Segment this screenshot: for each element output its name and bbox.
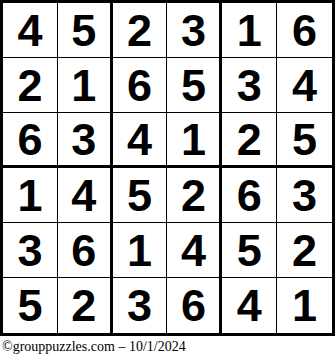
cell-digit: 1	[127, 228, 152, 273]
copyright-credit: ©grouppuzzles.com – 10/1/2024	[0, 336, 335, 357]
cell-digit: 6	[17, 117, 42, 162]
sudoku-cell-r2c1: 2	[3, 58, 58, 113]
cell-digit: 1	[181, 117, 206, 162]
cell-digit: 2	[127, 8, 152, 53]
sudoku-cell-r5c2: 6	[58, 223, 113, 278]
cell-digit: 2	[17, 63, 42, 108]
cell-digit: 3	[127, 283, 152, 328]
sudoku-cell-r1c2: 5	[58, 3, 113, 58]
cell-digit: 4	[17, 8, 42, 53]
cell-digit: 3	[71, 117, 96, 162]
cell-digit: 2	[292, 228, 317, 273]
sudoku-cell-r3c6: 5	[277, 113, 332, 168]
cell-digit: 2	[181, 173, 206, 218]
sudoku-cell-r6c2: 2	[58, 278, 113, 333]
sudoku-cell-r4c3: 5	[113, 168, 168, 223]
cell-digit: 6	[181, 283, 206, 328]
cell-digit: 3	[237, 63, 262, 108]
sudoku-cell-r2c5: 3	[222, 58, 277, 113]
cell-digit: 3	[17, 228, 42, 273]
sudoku-cell-r6c6: 1	[277, 278, 332, 333]
sudoku-cell-r1c6: 6	[277, 3, 332, 58]
sudoku-cell-r1c1: 4	[3, 3, 58, 58]
sudoku-cell-r4c1: 1	[3, 168, 58, 223]
sudoku-cell-r1c4: 3	[167, 3, 222, 58]
sudoku-cell-r5c4: 4	[167, 223, 222, 278]
cell-digit: 1	[292, 283, 317, 328]
sudoku-cell-r3c4: 1	[167, 113, 222, 168]
cell-digit: 5	[71, 8, 96, 53]
sudoku-cell-r6c5: 4	[222, 278, 277, 333]
cell-digit: 1	[17, 173, 42, 218]
cell-digit: 4	[127, 117, 152, 162]
sudoku-cell-r5c3: 1	[113, 223, 168, 278]
sudoku-cell-r2c2: 1	[58, 58, 113, 113]
cell-digit: 5	[127, 173, 152, 218]
sudoku-cell-r3c2: 3	[58, 113, 113, 168]
cell-digit: 1	[237, 8, 262, 53]
puzzle-page: 452316216534634125145263361452523641 ©gr…	[0, 0, 335, 357]
sudoku-cell-r2c6: 4	[277, 58, 332, 113]
cell-digit: 5	[292, 117, 317, 162]
sudoku-cell-r3c5: 2	[222, 113, 277, 168]
sudoku-cell-r4c5: 6	[222, 168, 277, 223]
sudoku-board: 452316216534634125145263361452523641	[0, 0, 335, 336]
sudoku-cell-r3c3: 4	[113, 113, 168, 168]
cell-digit: 6	[237, 173, 262, 218]
sudoku-cell-r3c1: 6	[3, 113, 58, 168]
cell-digit: 4	[292, 63, 317, 108]
sudoku-cell-r5c1: 3	[3, 223, 58, 278]
cell-digit: 6	[127, 63, 152, 108]
cell-digit: 1	[71, 63, 96, 108]
sudoku-cell-r6c3: 3	[113, 278, 168, 333]
cell-digit: 6	[71, 228, 96, 273]
cell-digit: 5	[237, 228, 262, 273]
cell-digit: 2	[71, 283, 96, 328]
cell-digit: 4	[181, 228, 206, 273]
sudoku-cell-r2c4: 5	[167, 58, 222, 113]
sudoku-cell-r4c2: 4	[58, 168, 113, 223]
cell-digit: 4	[71, 173, 96, 218]
cell-digit: 6	[292, 8, 317, 53]
sudoku-cell-r1c3: 2	[113, 3, 168, 58]
sudoku-cell-r4c6: 3	[277, 168, 332, 223]
sudoku-cell-r2c3: 6	[113, 58, 168, 113]
cell-digit: 3	[292, 173, 317, 218]
sudoku-cell-r4c4: 2	[167, 168, 222, 223]
sudoku-cell-r1c5: 1	[222, 3, 277, 58]
sudoku-cell-r6c1: 5	[3, 278, 58, 333]
cell-digit: 3	[181, 8, 206, 53]
cell-digit: 2	[237, 117, 262, 162]
cell-digit: 4	[237, 283, 262, 328]
sudoku-cell-r6c4: 6	[167, 278, 222, 333]
sudoku-cell-r5c6: 2	[277, 223, 332, 278]
cell-digit: 5	[17, 283, 42, 328]
sudoku-cell-r5c5: 5	[222, 223, 277, 278]
cell-digit: 5	[181, 63, 206, 108]
